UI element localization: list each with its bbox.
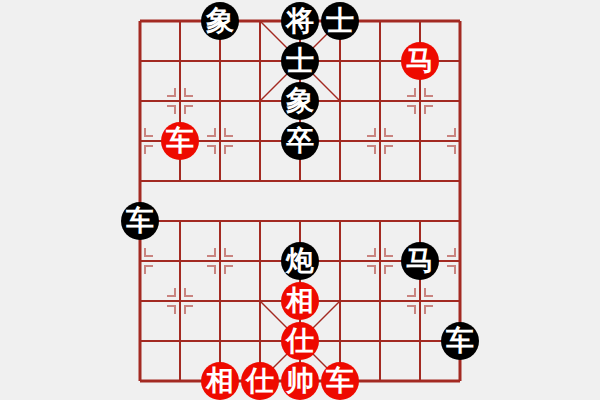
board-point[interactable]	[360, 1, 400, 41]
board-point[interactable]	[280, 161, 320, 201]
board-point[interactable]: 象	[280, 81, 320, 121]
piece-black-chariot[interactable]: 车	[441, 322, 479, 360]
board-point[interactable]	[240, 241, 280, 281]
board-point[interactable]	[200, 81, 240, 121]
board-point[interactable]	[160, 361, 200, 400]
piece-black-advisor[interactable]: 士	[321, 2, 359, 40]
board-point[interactable]	[440, 81, 480, 121]
piece-red-advisor[interactable]: 仕	[281, 322, 319, 360]
board-point[interactable]	[400, 201, 440, 241]
piece-black-soldier[interactable]: 卒	[281, 122, 319, 160]
board-point[interactable]	[360, 321, 400, 361]
board-point[interactable]: 马	[400, 241, 440, 281]
board-point[interactable]	[200, 281, 240, 321]
piece-red-elephant[interactable]: 相	[201, 362, 239, 400]
board-point[interactable]: 帅	[280, 361, 320, 400]
piece-red-chariot[interactable]: 车	[321, 362, 359, 400]
board-point[interactable]	[240, 161, 280, 201]
piece-red-elephant[interactable]: 相	[281, 282, 319, 320]
board-point[interactable]	[440, 1, 480, 41]
board-point[interactable]	[360, 41, 400, 81]
xiangqi-board: 象将士士马象车卒车炮马相仕车相仕帅车	[120, 1, 480, 400]
board-point[interactable]	[320, 321, 360, 361]
piece-black-elephant[interactable]: 象	[281, 82, 319, 120]
board-point[interactable]	[360, 121, 400, 161]
board-point[interactable]	[240, 81, 280, 121]
board-point[interactable]	[400, 321, 440, 361]
piece-black-chariot[interactable]: 车	[121, 202, 159, 240]
board-point[interactable]	[160, 161, 200, 201]
board-point[interactable]	[160, 321, 200, 361]
board-point[interactable]: 仕	[240, 361, 280, 400]
board-point[interactable]	[120, 81, 160, 121]
board-point[interactable]	[360, 161, 400, 201]
board-point[interactable]	[440, 161, 480, 201]
board-point[interactable]	[440, 281, 480, 321]
piece-black-general[interactable]: 将	[281, 2, 319, 40]
board-point[interactable]	[400, 81, 440, 121]
board-point[interactable]: 车	[320, 361, 360, 400]
board-point[interactable]	[120, 41, 160, 81]
board-point[interactable]	[120, 241, 160, 281]
board-point[interactable]	[400, 1, 440, 41]
board-point[interactable]: 相	[280, 281, 320, 321]
piece-black-advisor[interactable]: 士	[281, 42, 319, 80]
board-point[interactable]	[440, 41, 480, 81]
board-point[interactable]	[120, 1, 160, 41]
board-point[interactable]	[120, 321, 160, 361]
board-point[interactable]	[360, 201, 400, 241]
board-point[interactable]	[320, 281, 360, 321]
board-point[interactable]	[200, 41, 240, 81]
board-point[interactable]	[240, 281, 280, 321]
board-point[interactable]	[440, 201, 480, 241]
board-point[interactable]	[360, 281, 400, 321]
board-point[interactable]	[320, 41, 360, 81]
board-point[interactable]	[320, 201, 360, 241]
board-point[interactable]	[400, 121, 440, 161]
board-point[interactable]	[200, 161, 240, 201]
board-point[interactable]	[320, 161, 360, 201]
board-point[interactable]	[240, 121, 280, 161]
board-point[interactable]	[280, 201, 320, 241]
board-point[interactable]	[240, 1, 280, 41]
board-point[interactable]: 仕	[280, 321, 320, 361]
board-point[interactable]	[320, 241, 360, 281]
board-point[interactable]	[200, 321, 240, 361]
board-point[interactable]	[160, 201, 200, 241]
board-point[interactable]: 士	[280, 41, 320, 81]
board-point[interactable]	[120, 361, 160, 400]
board-point[interactable]	[360, 361, 400, 400]
board-point[interactable]	[200, 121, 240, 161]
board-point[interactable]	[120, 121, 160, 161]
board-point[interactable]: 车	[120, 201, 160, 241]
piece-black-horse[interactable]: 马	[401, 242, 439, 280]
board-point[interactable]	[400, 161, 440, 201]
board-point[interactable]: 马	[400, 41, 440, 81]
board-point[interactable]	[440, 121, 480, 161]
board-point[interactable]	[320, 81, 360, 121]
board-point[interactable]	[360, 81, 400, 121]
board-point[interactable]: 炮	[280, 241, 320, 281]
board-point[interactable]	[240, 201, 280, 241]
board-point[interactable]	[200, 241, 240, 281]
piece-red-advisor[interactable]: 仕	[241, 362, 279, 400]
board-point[interactable]	[120, 281, 160, 321]
board-point[interactable]	[200, 201, 240, 241]
board-point[interactable]	[240, 321, 280, 361]
piece-red-chariot[interactable]: 车	[161, 122, 199, 160]
board-point[interactable]	[400, 361, 440, 400]
xiangqi-app: 象将士士马象车卒车炮马相仕车相仕帅车	[0, 0, 600, 400]
board-point[interactable]	[160, 1, 200, 41]
piece-red-horse[interactable]: 马	[401, 42, 439, 80]
board-point[interactable]	[440, 361, 480, 400]
board-point[interactable]	[120, 161, 160, 201]
board-point[interactable]: 卒	[280, 121, 320, 161]
board-point[interactable]	[360, 241, 400, 281]
board-point[interactable]: 士	[320, 1, 360, 41]
board-point[interactable]	[160, 81, 200, 121]
board-point[interactable]	[160, 241, 200, 281]
board-point[interactable]	[400, 281, 440, 321]
board-point[interactable]	[160, 41, 200, 81]
board-point[interactable]	[240, 41, 280, 81]
board-point[interactable]: 车	[160, 121, 200, 161]
board-point[interactable]	[440, 241, 480, 281]
board-point[interactable]	[160, 281, 200, 321]
piece-black-cannon[interactable]: 炮	[281, 242, 319, 280]
board-point[interactable]: 相	[200, 361, 240, 400]
piece-red-general[interactable]: 帅	[281, 362, 319, 400]
board-point[interactable]: 象	[200, 1, 240, 41]
piece-black-elephant[interactable]: 象	[201, 2, 239, 40]
board-point[interactable]: 车	[440, 321, 480, 361]
board-point[interactable]	[320, 121, 360, 161]
board-point[interactable]: 将	[280, 1, 320, 41]
